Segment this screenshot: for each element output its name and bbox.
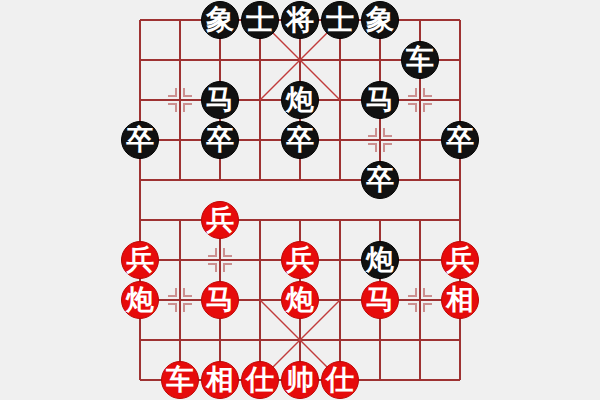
piece-glyph: 仕 <box>326 361 354 399</box>
piece-glyph: 马 <box>206 281 234 319</box>
piece-glyph: 象 <box>206 1 234 39</box>
piece-glyph: 卒 <box>286 121 314 159</box>
piece-glyph: 炮 <box>126 281 154 319</box>
piece-glyph: 马 <box>206 81 234 119</box>
piece-glyph: 将 <box>286 1 314 39</box>
piece-red-soldier[interactable]: 兵 <box>281 241 319 279</box>
piece-black-advisor[interactable]: 士 <box>321 1 359 39</box>
piece-red-advisor[interactable]: 仕 <box>241 361 279 399</box>
piece-red-soldier[interactable]: 兵 <box>201 201 239 239</box>
piece-glyph: 炮 <box>366 241 394 279</box>
piece-glyph: 卒 <box>366 161 394 199</box>
piece-glyph: 兵 <box>286 241 314 279</box>
piece-red-advisor[interactable]: 仕 <box>321 361 359 399</box>
piece-glyph: 马 <box>366 281 394 319</box>
piece-red-cannon[interactable]: 炮 <box>281 281 319 319</box>
piece-black-elephant[interactable]: 象 <box>201 1 239 39</box>
piece-red-horse[interactable]: 马 <box>201 281 239 319</box>
piece-glyph: 相 <box>446 281 474 319</box>
xiangqi-diagram: 象士将士象车马炮马卒卒卒卒卒兵兵兵炮兵炮马炮马相车相仕帅仕 <box>0 0 600 400</box>
piece-glyph: 炮 <box>286 281 314 319</box>
piece-glyph: 仕 <box>246 361 274 399</box>
piece-black-soldier[interactable]: 卒 <box>201 121 239 159</box>
piece-black-soldier[interactable]: 卒 <box>281 121 319 159</box>
piece-glyph: 士 <box>246 1 274 39</box>
piece-black-general[interactable]: 将 <box>281 1 319 39</box>
piece-glyph: 车 <box>166 361 194 399</box>
piece-black-elephant[interactable]: 象 <box>361 1 399 39</box>
piece-glyph: 卒 <box>446 121 474 159</box>
piece-black-cannon[interactable]: 炮 <box>281 81 319 119</box>
piece-black-advisor[interactable]: 士 <box>241 1 279 39</box>
piece-red-horse[interactable]: 马 <box>361 281 399 319</box>
piece-glyph: 卒 <box>126 121 154 159</box>
piece-red-cannon[interactable]: 炮 <box>121 281 159 319</box>
piece-glyph: 兵 <box>446 241 474 279</box>
piece-glyph: 兵 <box>126 241 154 279</box>
piece-black-soldier[interactable]: 卒 <box>361 161 399 199</box>
piece-red-soldier[interactable]: 兵 <box>441 241 479 279</box>
piece-red-elephant[interactable]: 相 <box>201 361 239 399</box>
piece-red-general[interactable]: 帅 <box>281 361 319 399</box>
piece-black-soldier[interactable]: 卒 <box>121 121 159 159</box>
piece-black-cannon[interactable]: 炮 <box>361 241 399 279</box>
piece-glyph: 士 <box>326 1 354 39</box>
piece-glyph: 车 <box>406 41 434 79</box>
piece-black-horse[interactable]: 马 <box>361 81 399 119</box>
piece-black-chariot[interactable]: 车 <box>401 41 439 79</box>
piece-black-horse[interactable]: 马 <box>201 81 239 119</box>
xiangqi-board[interactable]: 象士将士象车马炮马卒卒卒卒卒兵兵兵炮兵炮马炮马相车相仕帅仕 <box>120 0 480 400</box>
piece-glyph: 炮 <box>286 81 314 119</box>
piece-glyph: 卒 <box>206 121 234 159</box>
piece-red-chariot[interactable]: 车 <box>161 361 199 399</box>
piece-black-soldier[interactable]: 卒 <box>441 121 479 159</box>
piece-glyph: 帅 <box>286 361 314 399</box>
piece-glyph: 马 <box>366 81 394 119</box>
piece-glyph: 兵 <box>206 201 234 239</box>
piece-glyph: 相 <box>206 361 234 399</box>
piece-red-elephant[interactable]: 相 <box>441 281 479 319</box>
piece-red-soldier[interactable]: 兵 <box>121 241 159 279</box>
piece-glyph: 象 <box>366 1 394 39</box>
